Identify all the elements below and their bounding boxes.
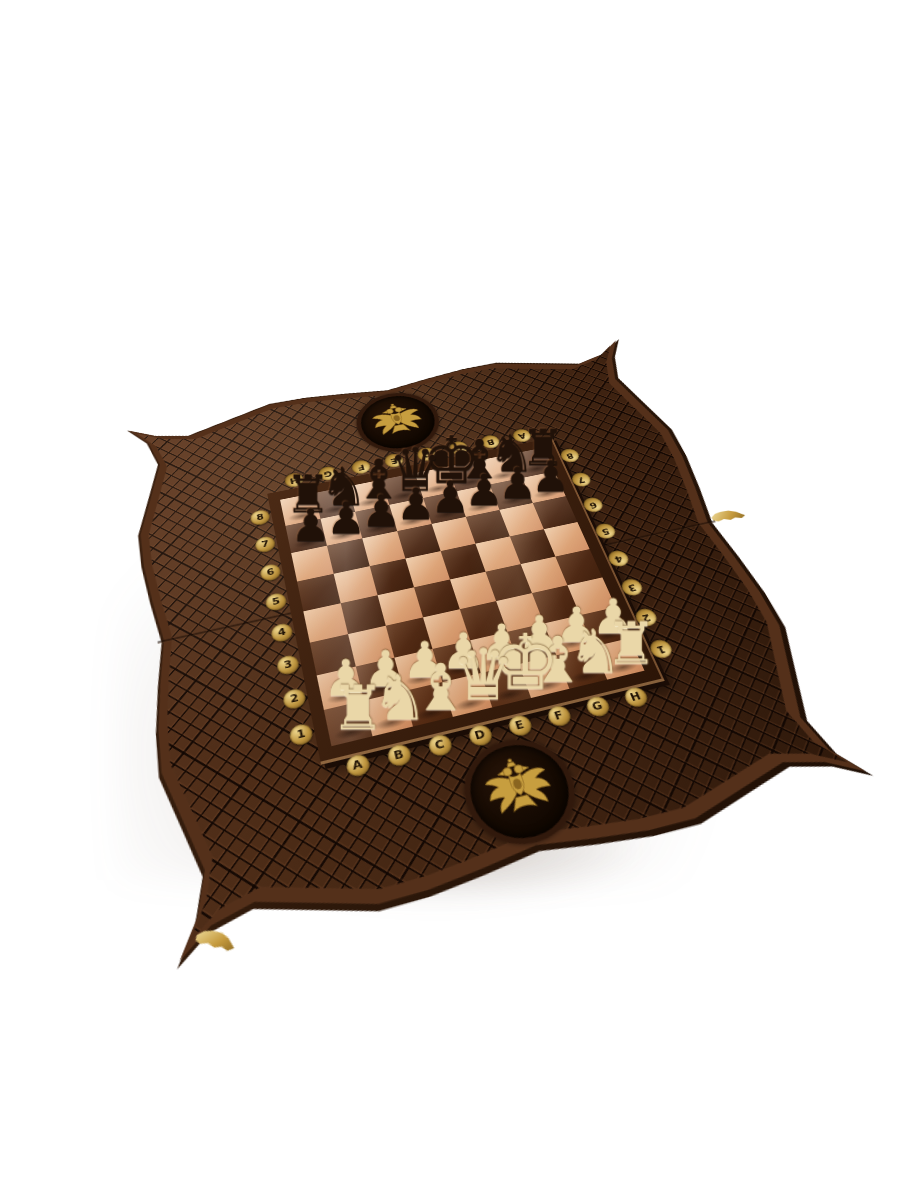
black-pawn-glyph: ♟ bbox=[465, 468, 500, 512]
black-pawn-glyph: ♟ bbox=[431, 475, 466, 519]
black-pawn-glyph: ♟ bbox=[361, 489, 397, 533]
perspective-stage: AHBGCFDEEDFCGBHA1122334455667788 ♜♞♝♛♚♝♞… bbox=[150, 280, 750, 880]
black-pawn-glyph: ♟ bbox=[291, 503, 327, 548]
piece-black-pawn-a7: ♟ bbox=[285, 519, 326, 553]
product-photo: AHBGCFDEEDFCGBHA1122334455667788 ♜♞♝♛♚♝♞… bbox=[0, 0, 900, 1200]
black-pawn-glyph: ♟ bbox=[396, 482, 431, 526]
piece-white-rook-a1: ♜ bbox=[324, 700, 373, 746]
white-rook-glyph: ♜ bbox=[331, 678, 373, 739]
black-pawn-glyph: ♟ bbox=[326, 496, 362, 541]
